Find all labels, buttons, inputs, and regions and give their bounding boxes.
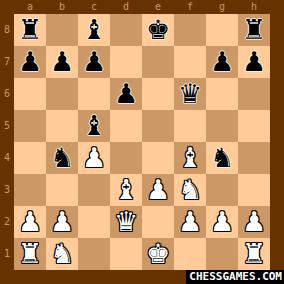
black-pawn: ♟ <box>50 48 74 75</box>
white-pawn: ♟ <box>50 208 74 235</box>
square-g5 <box>206 110 238 142</box>
square-e6 <box>142 78 174 110</box>
square-d7 <box>110 46 142 78</box>
rank-label-5: 5 <box>0 110 14 142</box>
black-pawn: ♟ <box>242 48 266 75</box>
file-label-g: g <box>206 0 238 14</box>
file-label-d: d <box>110 0 142 14</box>
rank-label-8: 8 <box>0 14 14 46</box>
black-pawn: ♟ <box>18 48 42 75</box>
white-bishop: ♝ <box>178 144 202 171</box>
rank-label-2: 2 <box>0 206 14 238</box>
black-pawn: ♟ <box>114 80 138 107</box>
square-a7: ♟ <box>14 46 46 78</box>
white-pawn: ♟ <box>146 176 170 203</box>
square-a6 <box>14 78 46 110</box>
white-rook: ♜ <box>18 240 42 267</box>
square-e8: ♚ <box>142 14 174 46</box>
square-h8: ♜ <box>238 14 270 46</box>
square-d3: ♝ <box>110 174 142 206</box>
file-label-b: b <box>46 0 78 14</box>
square-a1: ♜ <box>14 238 46 270</box>
black-bishop: ♝ <box>82 112 106 139</box>
square-f6: ♛ <box>174 78 206 110</box>
square-a8: ♜ <box>14 14 46 46</box>
square-g7: ♟ <box>206 46 238 78</box>
chess-board: ♜♝♚♜♟♟♟♟♟♟♛♝♞♟♝♞♝♟♞♟♟♛♟♟♟♜♞♚♜ <box>14 14 270 270</box>
square-b6 <box>46 78 78 110</box>
square-b7: ♟ <box>46 46 78 78</box>
square-h2: ♟ <box>238 206 270 238</box>
white-pawn: ♟ <box>82 144 106 171</box>
square-b3 <box>46 174 78 206</box>
square-b8 <box>46 14 78 46</box>
file-label-a: a <box>14 0 46 14</box>
white-pawn: ♟ <box>242 208 266 235</box>
square-g2: ♟ <box>206 206 238 238</box>
white-knight: ♞ <box>178 176 202 203</box>
square-d8 <box>110 14 142 46</box>
white-queen: ♛ <box>114 208 138 235</box>
chess-diagram: abcdefgh 87654321 ♜♝♚♜♟♟♟♟♟♟♛♝♞♟♝♞♝♟♞♟♟♛… <box>0 0 284 284</box>
square-h7: ♟ <box>238 46 270 78</box>
square-e5 <box>142 110 174 142</box>
rank-label-6: 6 <box>0 78 14 110</box>
square-d4 <box>110 142 142 174</box>
square-c4: ♟ <box>78 142 110 174</box>
square-b1: ♞ <box>46 238 78 270</box>
square-h4 <box>238 142 270 174</box>
square-d1 <box>110 238 142 270</box>
black-king: ♚ <box>146 16 170 43</box>
white-pawn: ♟ <box>210 208 234 235</box>
black-knight: ♞ <box>50 144 74 171</box>
black-pawn: ♟ <box>210 48 234 75</box>
square-g8 <box>206 14 238 46</box>
file-label-c: c <box>78 0 110 14</box>
square-e1: ♚ <box>142 238 174 270</box>
square-f8 <box>174 14 206 46</box>
square-f2: ♟ <box>174 206 206 238</box>
square-c5: ♝ <box>78 110 110 142</box>
square-f4: ♝ <box>174 142 206 174</box>
black-bishop: ♝ <box>82 16 106 43</box>
square-d5 <box>110 110 142 142</box>
square-g6 <box>206 78 238 110</box>
rank-labels: 87654321 <box>0 14 14 270</box>
square-a2: ♟ <box>14 206 46 238</box>
square-c7: ♟ <box>78 46 110 78</box>
square-c8: ♝ <box>78 14 110 46</box>
square-h6 <box>238 78 270 110</box>
rank-label-7: 7 <box>0 46 14 78</box>
white-rook: ♜ <box>242 240 266 267</box>
square-a3 <box>14 174 46 206</box>
white-knight: ♞ <box>50 240 74 267</box>
square-g3 <box>206 174 238 206</box>
chessgames-watermark: CHESSGAMES.COM <box>186 270 284 284</box>
square-h5 <box>238 110 270 142</box>
white-pawn: ♟ <box>178 208 202 235</box>
square-c1 <box>78 238 110 270</box>
black-rook: ♜ <box>242 16 266 43</box>
square-e4 <box>142 142 174 174</box>
rank-label-1: 1 <box>0 238 14 270</box>
square-e3: ♟ <box>142 174 174 206</box>
black-pawn: ♟ <box>82 48 106 75</box>
square-e7 <box>142 46 174 78</box>
rank-label-4: 4 <box>0 142 14 174</box>
square-f3: ♞ <box>174 174 206 206</box>
white-bishop: ♝ <box>114 176 138 203</box>
file-label-h: h <box>238 0 270 14</box>
white-pawn: ♟ <box>18 208 42 235</box>
square-d2: ♛ <box>110 206 142 238</box>
square-f5 <box>174 110 206 142</box>
square-g4: ♞ <box>206 142 238 174</box>
rank-label-3: 3 <box>0 174 14 206</box>
file-label-f: f <box>174 0 206 14</box>
file-labels: abcdefgh <box>14 0 270 14</box>
square-c3 <box>78 174 110 206</box>
file-label-e: e <box>142 0 174 14</box>
square-e2 <box>142 206 174 238</box>
square-c6 <box>78 78 110 110</box>
square-b2: ♟ <box>46 206 78 238</box>
square-a5 <box>14 110 46 142</box>
square-b5 <box>46 110 78 142</box>
square-g1 <box>206 238 238 270</box>
square-c2 <box>78 206 110 238</box>
square-b4: ♞ <box>46 142 78 174</box>
square-h1: ♜ <box>238 238 270 270</box>
black-knight: ♞ <box>210 144 234 171</box>
square-h3 <box>238 174 270 206</box>
square-d6: ♟ <box>110 78 142 110</box>
square-f1 <box>174 238 206 270</box>
black-queen: ♛ <box>178 80 202 107</box>
black-rook: ♜ <box>18 16 42 43</box>
square-a4 <box>14 142 46 174</box>
square-f7 <box>174 46 206 78</box>
white-king: ♚ <box>146 240 170 267</box>
